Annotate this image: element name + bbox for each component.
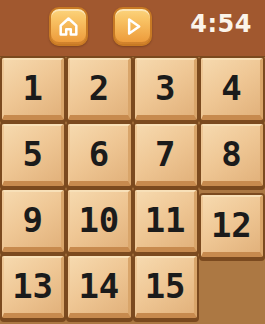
tile-15[interactable]: 15 bbox=[135, 256, 197, 318]
tile-6[interactable]: 6 bbox=[68, 124, 130, 186]
tile-3[interactable]: 3 bbox=[135, 58, 197, 120]
tile-11[interactable]: 11 bbox=[135, 190, 197, 252]
tile-8[interactable]: 8 bbox=[201, 124, 263, 186]
tile-9[interactable]: 9 bbox=[2, 190, 64, 252]
home-button[interactable] bbox=[49, 7, 88, 46]
play-icon bbox=[120, 14, 145, 39]
tile-1[interactable]: 1 bbox=[2, 58, 64, 120]
tile-12[interactable]: 12 bbox=[201, 195, 263, 257]
board: 123456789101112131415 bbox=[0, 56, 265, 324]
tile-7[interactable]: 7 bbox=[135, 124, 197, 186]
timer: 4:54 bbox=[190, 11, 252, 37]
tile-4[interactable]: 4 bbox=[201, 58, 263, 120]
tile-2[interactable]: 2 bbox=[68, 58, 130, 120]
puzzle-app-screen: 4:54 123456789101112131415 bbox=[0, 0, 265, 324]
play-button[interactable] bbox=[113, 7, 152, 46]
tile-13[interactable]: 13 bbox=[2, 256, 64, 318]
empty-cell bbox=[201, 256, 263, 318]
home-icon bbox=[56, 14, 81, 39]
tile-5[interactable]: 5 bbox=[2, 124, 64, 186]
tile-10[interactable]: 10 bbox=[68, 190, 130, 252]
tile-14[interactable]: 14 bbox=[68, 256, 130, 318]
top-bar: 4:54 bbox=[0, 0, 265, 56]
